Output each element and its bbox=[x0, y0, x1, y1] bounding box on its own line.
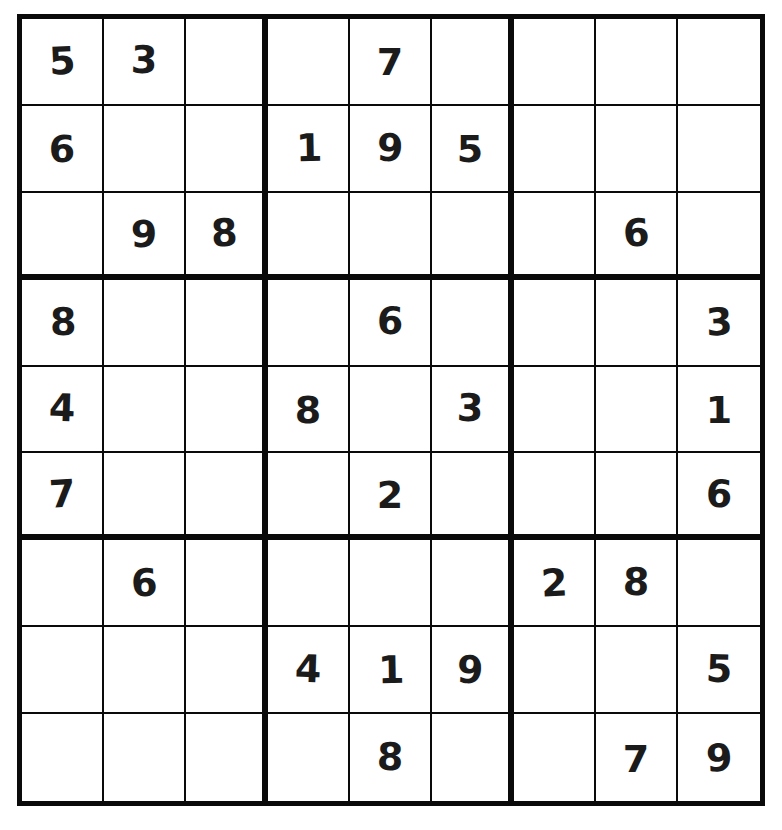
given-digit: 2 bbox=[377, 476, 403, 514]
sudoku-cell-r8c6[interactable]: 9 bbox=[432, 627, 514, 714]
sudoku-cell-r6c4[interactable] bbox=[268, 453, 350, 540]
given-digit: 4 bbox=[48, 389, 76, 428]
sudoku-cell-r8c4[interactable]: 4 bbox=[268, 627, 350, 714]
sudoku-cell-r4c6[interactable] bbox=[432, 280, 514, 367]
sudoku-cell-r1c4[interactable] bbox=[268, 19, 350, 106]
sudoku-cell-r6c9[interactable]: 6 bbox=[678, 453, 760, 540]
given-digit: 8 bbox=[622, 562, 650, 601]
sudoku-cell-r1c2[interactable]: 3 bbox=[104, 19, 186, 106]
sudoku-cell-r6c3[interactable] bbox=[186, 453, 268, 540]
given-digit: 1 bbox=[377, 650, 404, 688]
sudoku-cell-r1c3[interactable] bbox=[186, 19, 268, 106]
sudoku-cell-r4c7[interactable] bbox=[514, 280, 596, 367]
sudoku-cell-r2c1[interactable]: 6 bbox=[22, 106, 104, 193]
sudoku-cell-r5c3[interactable] bbox=[186, 367, 268, 454]
sudoku-cell-r6c2[interactable] bbox=[104, 453, 186, 540]
sudoku-cell-r9c3[interactable] bbox=[186, 714, 268, 801]
given-digit: 8 bbox=[376, 737, 404, 776]
sudoku-cell-r5c7[interactable] bbox=[514, 367, 596, 454]
sudoku-cell-r9c6[interactable] bbox=[432, 714, 514, 801]
given-digit: 9 bbox=[705, 738, 733, 777]
sudoku-cell-r4c3[interactable] bbox=[186, 280, 268, 367]
sudoku-cell-r5c2[interactable] bbox=[104, 367, 186, 454]
sudoku-page: 537619598686348317266284195879 bbox=[0, 0, 782, 830]
given-digit: 9 bbox=[456, 650, 484, 689]
sudoku-board: 537619598686348317266284195879 bbox=[17, 14, 765, 806]
sudoku-cell-r1c1[interactable]: 5 bbox=[22, 19, 104, 106]
sudoku-cell-r5c6[interactable]: 3 bbox=[432, 367, 514, 454]
given-digit: 8 bbox=[210, 214, 238, 253]
sudoku-cell-r1c5[interactable]: 7 bbox=[350, 19, 432, 106]
sudoku-cell-r7c2[interactable]: 6 bbox=[104, 540, 186, 627]
sudoku-cell-r8c7[interactable] bbox=[514, 627, 596, 714]
sudoku-cell-r6c7[interactable] bbox=[514, 453, 596, 540]
sudoku-cell-r7c1[interactable] bbox=[22, 540, 104, 627]
given-digit: 6 bbox=[705, 474, 733, 513]
sudoku-cell-r2c6[interactable]: 5 bbox=[432, 106, 514, 193]
sudoku-cell-r7c4[interactable] bbox=[268, 540, 350, 627]
sudoku-cell-r9c8[interactable]: 7 bbox=[596, 714, 678, 801]
sudoku-cell-r3c1[interactable] bbox=[22, 193, 104, 280]
sudoku-cell-r9c1[interactable] bbox=[22, 714, 104, 801]
sudoku-cell-r3c6[interactable] bbox=[432, 193, 514, 280]
sudoku-cell-r5c1[interactable]: 4 bbox=[22, 367, 104, 454]
sudoku-cell-r3c9[interactable] bbox=[678, 193, 760, 280]
given-digit: 7 bbox=[377, 43, 403, 81]
sudoku-cell-r4c2[interactable] bbox=[104, 280, 186, 367]
sudoku-cell-r2c8[interactable] bbox=[596, 106, 678, 193]
sudoku-cell-r8c3[interactable] bbox=[186, 627, 268, 714]
sudoku-cell-r3c4[interactable] bbox=[268, 193, 350, 280]
given-digit: 9 bbox=[376, 129, 404, 168]
sudoku-cell-r3c2[interactable]: 9 bbox=[104, 193, 186, 280]
sudoku-cell-r6c8[interactable] bbox=[596, 453, 678, 540]
given-digit: 9 bbox=[131, 215, 157, 253]
sudoku-cell-r8c5[interactable]: 1 bbox=[350, 627, 432, 714]
sudoku-cell-r7c3[interactable] bbox=[186, 540, 268, 627]
sudoku-cell-r8c2[interactable] bbox=[104, 627, 186, 714]
given-digit: 7 bbox=[623, 740, 649, 778]
sudoku-cell-r2c4[interactable]: 1 bbox=[268, 106, 350, 193]
sudoku-cell-r9c9[interactable]: 9 bbox=[678, 714, 760, 801]
given-digit: 5 bbox=[48, 42, 76, 81]
sudoku-cell-r4c5[interactable]: 6 bbox=[350, 280, 432, 367]
given-digit: 3 bbox=[456, 389, 484, 428]
given-digit: 8 bbox=[49, 303, 76, 341]
sudoku-cell-r7c8[interactable]: 8 bbox=[596, 540, 678, 627]
sudoku-cell-r2c3[interactable] bbox=[186, 106, 268, 193]
sudoku-cell-r4c1[interactable]: 8 bbox=[22, 280, 104, 367]
sudoku-cell-r4c9[interactable]: 3 bbox=[678, 280, 760, 367]
sudoku-cell-r4c4[interactable] bbox=[268, 280, 350, 367]
given-digit: 6 bbox=[130, 563, 158, 602]
given-digit: 6 bbox=[376, 302, 404, 341]
sudoku-cell-r3c8[interactable]: 6 bbox=[596, 193, 678, 280]
given-digit: 2 bbox=[540, 563, 568, 602]
sudoku-cell-r3c5[interactable] bbox=[350, 193, 432, 280]
sudoku-cell-r5c9[interactable]: 1 bbox=[678, 367, 760, 454]
given-digit: 8 bbox=[295, 391, 321, 429]
sudoku-cell-r8c9[interactable]: 5 bbox=[678, 627, 760, 714]
sudoku-cell-r5c4[interactable]: 8 bbox=[268, 367, 350, 454]
given-digit: 7 bbox=[48, 474, 76, 513]
sudoku-cell-r7c9[interactable] bbox=[678, 540, 760, 627]
sudoku-cell-r9c7[interactable] bbox=[514, 714, 596, 801]
sudoku-cell-r8c1[interactable] bbox=[22, 627, 104, 714]
sudoku-cell-r1c6[interactable] bbox=[432, 19, 514, 106]
given-digit: 3 bbox=[705, 302, 733, 341]
given-digit: 6 bbox=[622, 214, 650, 253]
sudoku-cell-r1c8[interactable] bbox=[596, 19, 678, 106]
sudoku-cell-r1c9[interactable] bbox=[678, 19, 760, 106]
sudoku-cell-r7c6[interactable] bbox=[432, 540, 514, 627]
sudoku-cell-r3c3[interactable]: 8 bbox=[186, 193, 268, 280]
sudoku-cell-r6c1[interactable]: 7 bbox=[22, 453, 104, 540]
sudoku-cell-r6c6[interactable] bbox=[432, 453, 514, 540]
given-digit: 5 bbox=[457, 130, 483, 168]
given-digit: 3 bbox=[130, 41, 158, 80]
given-digit: 4 bbox=[294, 649, 322, 688]
sudoku-cell-r6c5[interactable]: 2 bbox=[350, 453, 432, 540]
sudoku-cell-r2c2[interactable] bbox=[104, 106, 186, 193]
given-digit: 5 bbox=[705, 649, 733, 688]
sudoku-cell-r2c5[interactable]: 9 bbox=[350, 106, 432, 193]
sudoku-cell-r4c8[interactable] bbox=[596, 280, 678, 367]
sudoku-cell-r7c7[interactable]: 2 bbox=[514, 540, 596, 627]
sudoku-cell-r9c5[interactable]: 8 bbox=[350, 714, 432, 801]
sudoku-cell-r5c8[interactable] bbox=[596, 367, 678, 454]
sudoku-cell-r9c4[interactable] bbox=[268, 714, 350, 801]
given-digit: 6 bbox=[49, 130, 75, 168]
sudoku-cell-r5c5[interactable] bbox=[350, 367, 432, 454]
sudoku-cell-r2c7[interactable] bbox=[514, 106, 596, 193]
sudoku-cell-r1c7[interactable] bbox=[514, 19, 596, 106]
given-digit: 1 bbox=[295, 129, 322, 167]
given-digit: 1 bbox=[706, 391, 732, 429]
sudoku-cell-r9c2[interactable] bbox=[104, 714, 186, 801]
sudoku-cell-r3c7[interactable] bbox=[514, 193, 596, 280]
sudoku-cell-r2c9[interactable] bbox=[678, 106, 760, 193]
sudoku-cell-r7c5[interactable] bbox=[350, 540, 432, 627]
sudoku-cell-r8c8[interactable] bbox=[596, 627, 678, 714]
